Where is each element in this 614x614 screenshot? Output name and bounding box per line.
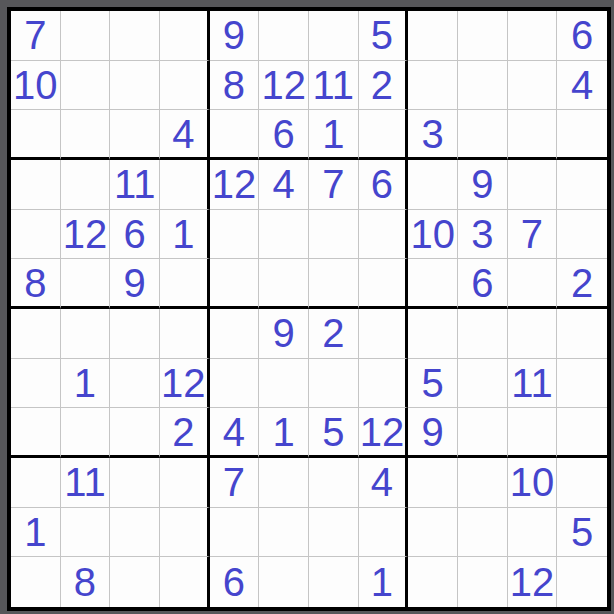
cell-r12c6[interactable] — [259, 557, 309, 607]
cell-r2c1[interactable]: 10 — [11, 61, 61, 111]
cell-r3c6[interactable]: 6 — [259, 110, 309, 160]
cell-r12c2[interactable]: 8 — [61, 557, 111, 607]
cell-r3c9[interactable]: 3 — [408, 110, 458, 160]
cell-r2c9[interactable] — [408, 61, 458, 111]
cell-r7c11[interactable] — [508, 309, 558, 359]
cell-r9c1[interactable] — [11, 408, 61, 458]
cell-r9c11[interactable] — [508, 408, 558, 458]
cell-r10c9[interactable] — [408, 458, 458, 508]
cell-r6c10[interactable]: 6 — [458, 259, 508, 309]
cell-r4c8[interactable]: 6 — [359, 160, 409, 210]
cell-r2c5[interactable]: 8 — [210, 61, 260, 111]
cell-r7c2[interactable] — [61, 309, 111, 359]
cell-r4c1[interactable] — [11, 160, 61, 210]
cell-r8c3[interactable] — [110, 359, 160, 409]
cell-r6c8[interactable] — [359, 259, 409, 309]
cell-r4c3[interactable]: 11 — [110, 160, 160, 210]
cell-r9c10[interactable] — [458, 408, 508, 458]
cell-r12c5[interactable]: 6 — [210, 557, 260, 607]
cell-r5c5[interactable] — [210, 210, 260, 260]
cell-r4c5[interactable]: 12 — [210, 160, 260, 210]
cell-r8c5[interactable] — [210, 359, 260, 409]
cell-r1c11[interactable] — [508, 11, 558, 61]
cell-r11c8[interactable] — [359, 508, 409, 558]
cell-r12c3[interactable] — [110, 557, 160, 607]
cell-r3c7[interactable]: 1 — [309, 110, 359, 160]
cell-r3c12[interactable] — [557, 110, 607, 160]
cell-r6c4[interactable] — [160, 259, 210, 309]
cell-r7c5[interactable] — [210, 309, 260, 359]
cell-r9c6[interactable]: 1 — [259, 408, 309, 458]
cell-r1c5[interactable]: 9 — [210, 11, 260, 61]
cell-r12c1[interactable] — [11, 557, 61, 607]
cell-r5c11[interactable]: 7 — [508, 210, 558, 260]
cell-r2c11[interactable] — [508, 61, 558, 111]
cell-r11c11[interactable] — [508, 508, 558, 558]
cell-r3c8[interactable] — [359, 110, 409, 160]
cell-r10c8[interactable]: 4 — [359, 458, 409, 508]
cell-r4c10[interactable]: 9 — [458, 160, 508, 210]
cell-r8c4[interactable]: 12 — [160, 359, 210, 409]
cell-r3c10[interactable] — [458, 110, 508, 160]
cell-r11c1[interactable]: 1 — [11, 508, 61, 558]
cell-r10c7[interactable] — [309, 458, 359, 508]
cell-r4c6[interactable]: 4 — [259, 160, 309, 210]
cell-r1c4[interactable] — [160, 11, 210, 61]
cell-r5c8[interactable] — [359, 210, 409, 260]
cell-r8c11[interactable]: 11 — [508, 359, 558, 409]
cell-r9c5[interactable]: 4 — [210, 408, 260, 458]
cell-r9c9[interactable]: 9 — [408, 408, 458, 458]
cell-r9c8[interactable]: 12 — [359, 408, 409, 458]
cell-r4c9[interactable] — [408, 160, 458, 210]
cell-r4c2[interactable] — [61, 160, 111, 210]
cell-r11c10[interactable] — [458, 508, 508, 558]
cell-r5c6[interactable] — [259, 210, 309, 260]
cell-r10c4[interactable] — [160, 458, 210, 508]
cell-r10c5[interactable]: 7 — [210, 458, 260, 508]
cell-r5c10[interactable]: 3 — [458, 210, 508, 260]
cell-r10c10[interactable] — [458, 458, 508, 508]
cell-r12c10[interactable] — [458, 557, 508, 607]
cell-r1c7[interactable] — [309, 11, 359, 61]
cell-r1c1[interactable]: 7 — [11, 11, 61, 61]
cell-r2c10[interactable] — [458, 61, 508, 111]
cell-r8c6[interactable] — [259, 359, 309, 409]
cell-r5c7[interactable] — [309, 210, 359, 260]
cell-r7c4[interactable] — [160, 309, 210, 359]
cell-r5c3[interactable]: 6 — [110, 210, 160, 260]
sudoku-board: 7956108121124461311124769126110378962921… — [7, 7, 611, 611]
cell-r1c2[interactable] — [61, 11, 111, 61]
cell-r3c5[interactable] — [210, 110, 260, 160]
cell-r12c8[interactable]: 1 — [359, 557, 409, 607]
cell-r9c12[interactable] — [557, 408, 607, 458]
cell-r11c3[interactable] — [110, 508, 160, 558]
cell-r8c10[interactable] — [458, 359, 508, 409]
cell-r5c9[interactable]: 10 — [408, 210, 458, 260]
cell-r5c4[interactable]: 1 — [160, 210, 210, 260]
cell-r11c6[interactable] — [259, 508, 309, 558]
cell-r5c12[interactable] — [557, 210, 607, 260]
cell-r4c4[interactable] — [160, 160, 210, 210]
cell-r6c2[interactable] — [61, 259, 111, 309]
cell-r3c1[interactable] — [11, 110, 61, 160]
cell-r11c2[interactable] — [61, 508, 111, 558]
cell-r2c3[interactable] — [110, 61, 160, 111]
cell-r7c8[interactable] — [359, 309, 409, 359]
cell-r11c12[interactable]: 5 — [557, 508, 607, 558]
cell-r3c3[interactable] — [110, 110, 160, 160]
cell-r8c7[interactable] — [309, 359, 359, 409]
cell-r7c9[interactable] — [408, 309, 458, 359]
cell-r7c12[interactable] — [557, 309, 607, 359]
cell-r9c2[interactable] — [61, 408, 111, 458]
cell-r9c3[interactable] — [110, 408, 160, 458]
cell-r10c12[interactable] — [557, 458, 607, 508]
cell-r6c5[interactable] — [210, 259, 260, 309]
cell-r6c1[interactable]: 8 — [11, 259, 61, 309]
cell-r1c9[interactable] — [408, 11, 458, 61]
cell-r8c9[interactable]: 5 — [408, 359, 458, 409]
cell-r4c11[interactable] — [508, 160, 558, 210]
cell-r7c10[interactable] — [458, 309, 508, 359]
cell-r7c3[interactable] — [110, 309, 160, 359]
cell-r10c11[interactable]: 10 — [508, 458, 558, 508]
cell-r7c6[interactable]: 9 — [259, 309, 309, 359]
cell-r11c9[interactable] — [408, 508, 458, 558]
cell-r12c9[interactable] — [408, 557, 458, 607]
cell-r12c4[interactable] — [160, 557, 210, 607]
cell-r3c2[interactable] — [61, 110, 111, 160]
cell-r1c3[interactable] — [110, 11, 160, 61]
cell-r8c1[interactable] — [11, 359, 61, 409]
cell-r6c6[interactable] — [259, 259, 309, 309]
cell-r12c12[interactable] — [557, 557, 607, 607]
cell-r12c7[interactable] — [309, 557, 359, 607]
cell-r10c1[interactable] — [11, 458, 61, 508]
cell-r6c11[interactable] — [508, 259, 558, 309]
cell-r6c12[interactable]: 2 — [557, 259, 607, 309]
cell-r2c6[interactable]: 12 — [259, 61, 309, 111]
cell-r2c8[interactable]: 2 — [359, 61, 409, 111]
page-background: 7956108121124461311124769126110378962921… — [0, 0, 614, 614]
cell-r9c7[interactable]: 5 — [309, 408, 359, 458]
cell-r8c8[interactable] — [359, 359, 409, 409]
cell-r3c4[interactable]: 4 — [160, 110, 210, 160]
cell-r6c7[interactable] — [309, 259, 359, 309]
cell-r7c7[interactable]: 2 — [309, 309, 359, 359]
cell-r12c11[interactable]: 12 — [508, 557, 558, 607]
cell-r2c7[interactable]: 11 — [309, 61, 359, 111]
cell-r1c8[interactable]: 5 — [359, 11, 409, 61]
cell-r4c12[interactable] — [557, 160, 607, 210]
cell-r2c2[interactable] — [61, 61, 111, 111]
cell-r2c4[interactable] — [160, 61, 210, 111]
cell-r11c5[interactable] — [210, 508, 260, 558]
cell-r2c12[interactable]: 4 — [557, 61, 607, 111]
cell-r10c3[interactable] — [110, 458, 160, 508]
cell-r6c9[interactable] — [408, 259, 458, 309]
cell-r5c2[interactable]: 12 — [61, 210, 111, 260]
cell-r7c1[interactable] — [11, 309, 61, 359]
cell-r1c12[interactable]: 6 — [557, 11, 607, 61]
cell-r11c4[interactable] — [160, 508, 210, 558]
cell-r6c3[interactable]: 9 — [110, 259, 160, 309]
cell-r10c6[interactable] — [259, 458, 309, 508]
cell-r8c2[interactable]: 1 — [61, 359, 111, 409]
cell-r4c7[interactable]: 7 — [309, 160, 359, 210]
cell-r9c4[interactable]: 2 — [160, 408, 210, 458]
cell-r8c12[interactable] — [557, 359, 607, 409]
cell-r1c6[interactable] — [259, 11, 309, 61]
cell-r10c2[interactable]: 11 — [61, 458, 111, 508]
cell-r1c10[interactable] — [458, 11, 508, 61]
cell-r3c11[interactable] — [508, 110, 558, 160]
cell-r5c1[interactable] — [11, 210, 61, 260]
cell-r11c7[interactable] — [309, 508, 359, 558]
